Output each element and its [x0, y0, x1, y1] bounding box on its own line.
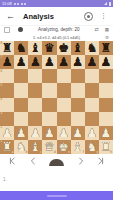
- rank-label-6: 6: [1, 70, 3, 73]
- black-pawn: ♟: [72, 56, 83, 68]
- square-f6[interactable]: [71, 69, 85, 83]
- square-e4[interactable]: [57, 98, 71, 112]
- square-f7[interactable]: ♟: [71, 55, 85, 69]
- square-f2[interactable]: ♟: [71, 126, 85, 140]
- analysis-toolbar: Analyzing, depth: 20 ⇄ ▦: [0, 25, 113, 34]
- square-d5[interactable]: [42, 83, 56, 97]
- square-b2[interactable]: ♟: [14, 126, 28, 140]
- square-d3[interactable]: [42, 112, 56, 126]
- square-a7[interactable]: 7♟: [0, 55, 14, 69]
- white-pawn: ♟: [101, 127, 112, 139]
- black-pawn: ♟: [58, 56, 69, 68]
- white-pawn: ♟: [58, 127, 69, 139]
- white-pawn: ♟: [72, 127, 83, 139]
- square-h1[interactable]: h♜: [99, 140, 113, 154]
- square-f1[interactable]: f♝: [71, 140, 85, 154]
- notification-icons: [14, 3, 27, 5]
- black-pawn: ♟: [101, 56, 112, 68]
- square-e1[interactable]: e♚: [57, 140, 71, 154]
- square-h4[interactable]: [99, 98, 113, 112]
- square-f3[interactable]: [71, 112, 85, 126]
- square-g6[interactable]: [85, 69, 99, 83]
- square-g2[interactable]: ♟: [85, 126, 99, 140]
- black-bishop: ♝: [72, 42, 83, 54]
- square-d4[interactable]: [42, 98, 56, 112]
- white-pawn: ♟: [86, 127, 97, 139]
- square-a8[interactable]: 8♜: [0, 41, 14, 55]
- black-knight: ♞: [86, 42, 97, 54]
- drawer-handle-icon[interactable]: [49, 159, 64, 166]
- square-b8[interactable]: ♞: [14, 41, 28, 55]
- square-e7[interactable]: ♟: [57, 55, 71, 69]
- file-label-a: a: [12, 151, 14, 154]
- square-e6[interactable]: [57, 69, 71, 83]
- file-label-d: d: [54, 151, 56, 154]
- rank-label-5: 5: [1, 84, 3, 87]
- square-c6[interactable]: [28, 69, 42, 83]
- file-label-g: g: [96, 151, 98, 154]
- rank-label-4: 4: [1, 98, 3, 101]
- first-move-button[interactable]: [8, 156, 16, 166]
- square-c7[interactable]: ♟: [28, 55, 42, 69]
- back-icon[interactable]: ←: [6, 7, 15, 25]
- checkbox-icon[interactable]: [4, 27, 10, 33]
- square-c1[interactable]: c♝: [28, 140, 42, 154]
- square-a4[interactable]: 4: [0, 98, 14, 112]
- rank-label-3: 3: [1, 112, 3, 115]
- square-g4[interactable]: [85, 98, 99, 112]
- square-g3[interactable]: [85, 112, 99, 126]
- black-knight: ♞: [16, 42, 27, 54]
- clock-time: 11:08: [2, 0, 12, 7]
- home-indicator[interactable]: [47, 195, 67, 197]
- square-b3[interactable]: [14, 112, 28, 126]
- square-h3[interactable]: [99, 112, 113, 126]
- content-spacer: [0, 175, 113, 191]
- square-c4[interactable]: [28, 98, 42, 112]
- black-pawn: ♟: [44, 56, 55, 68]
- square-c2[interactable]: ♟: [28, 126, 42, 140]
- black-pawn: ♟: [30, 56, 41, 68]
- rank-label-7: 7: [1, 56, 3, 59]
- system-navigation-bar: [0, 191, 113, 200]
- square-f8[interactable]: ♝: [71, 41, 85, 55]
- black-pawn: ♟: [16, 56, 27, 68]
- white-bishop: ♝: [72, 141, 83, 153]
- app-bar: ← Analysis ⋮: [0, 7, 113, 25]
- signal-icon: [104, 2, 107, 5]
- engine-line-row: 1. e4 e5 2. d4 d5 (0.1 e4d5) ⚙: [0, 34, 113, 41]
- next-move-button[interactable]: [77, 156, 85, 166]
- square-d2[interactable]: ♟: [42, 126, 56, 140]
- square-c8[interactable]: ♝: [28, 41, 42, 55]
- file-label-e: e: [68, 151, 70, 154]
- square-b4[interactable]: [14, 98, 28, 112]
- black-king: ♚: [58, 42, 69, 54]
- black-bishop: ♝: [30, 42, 41, 54]
- status-bar: 11:08: [0, 0, 113, 7]
- rank-label-8: 8: [1, 42, 3, 45]
- white-pawn: ♟: [16, 127, 27, 139]
- square-d6[interactable]: [42, 69, 56, 83]
- square-e5[interactable]: [57, 83, 71, 97]
- square-g5[interactable]: [85, 83, 99, 97]
- target-icon[interactable]: [84, 12, 93, 21]
- file-label-c: c: [40, 151, 42, 154]
- move-navigation: [0, 154, 113, 167]
- black-queen: ♛: [44, 42, 55, 54]
- engine-line-text[interactable]: 1. e4 e5 2. d4 d5 (0.1 e4d5): [33, 36, 80, 40]
- square-a5[interactable]: 5: [0, 83, 14, 97]
- square-h6[interactable]: [99, 69, 113, 83]
- black-rook: ♜: [101, 42, 112, 54]
- square-a6[interactable]: 6: [0, 69, 14, 83]
- square-e2[interactable]: ♟: [57, 126, 71, 140]
- white-pawn: ♟: [44, 127, 55, 139]
- square-g1[interactable]: g♞: [85, 140, 99, 154]
- file-label-b: b: [26, 151, 28, 154]
- move-list[interactable]: 1.: [0, 167, 113, 175]
- overflow-menu-icon[interactable]: ⋮: [100, 7, 107, 25]
- square-d8[interactable]: ♛: [42, 41, 56, 55]
- square-a3[interactable]: 3: [0, 112, 14, 126]
- analysis-status-text: Analyzing, depth: 20: [23, 27, 95, 32]
- square-a2[interactable]: 2♟: [0, 126, 14, 140]
- square-c3[interactable]: [28, 112, 42, 126]
- flip-board-icon[interactable]: ⇄: [95, 25, 99, 34]
- white-pawn: ♟: [2, 127, 13, 139]
- square-b7[interactable]: ♟: [14, 55, 28, 69]
- square-h8[interactable]: ♜: [99, 41, 113, 55]
- rank-label-1: 1: [1, 140, 3, 143]
- square-b1[interactable]: b♞: [14, 140, 28, 154]
- file-label-h: h: [111, 151, 113, 154]
- square-b5[interactable]: [14, 83, 28, 97]
- white-bishop: ♝: [30, 141, 41, 153]
- square-c5[interactable]: [28, 83, 42, 97]
- square-h5[interactable]: [99, 83, 113, 97]
- square-g8[interactable]: ♞: [85, 41, 99, 55]
- square-f4[interactable]: [71, 98, 85, 112]
- square-d1[interactable]: d♛: [42, 140, 56, 154]
- square-e3[interactable]: [57, 112, 71, 126]
- square-f5[interactable]: [71, 83, 85, 97]
- square-h2[interactable]: ♟: [99, 126, 113, 140]
- rank-label-2: 2: [1, 126, 3, 129]
- board-grid-icon[interactable]: ▦: [105, 25, 109, 34]
- previous-move-button[interactable]: [29, 156, 37, 166]
- last-move-button[interactable]: [97, 156, 105, 166]
- square-h7[interactable]: ♟: [99, 55, 113, 69]
- square-a1[interactable]: 1a♜: [0, 140, 14, 154]
- page-title: Analysis: [23, 12, 84, 21]
- black-rook: ♜: [2, 42, 13, 54]
- black-pawn: ♟: [86, 56, 97, 68]
- white-pawn: ♟: [30, 127, 41, 139]
- square-d7[interactable]: ♟: [42, 55, 56, 69]
- square-g7[interactable]: ♟: [85, 55, 99, 69]
- battery-icon: [109, 2, 112, 6]
- black-pawn: ♟: [2, 56, 13, 68]
- chess-board[interactable]: 8♜♞♝♛♚♝♞♜7♟♟♟♟♟♟♟♟65432♟♟♟♟♟♟♟♟1a♜b♞c♝d♛…: [0, 41, 113, 154]
- square-e8[interactable]: ♚: [57, 41, 71, 55]
- square-b6[interactable]: [14, 69, 28, 83]
